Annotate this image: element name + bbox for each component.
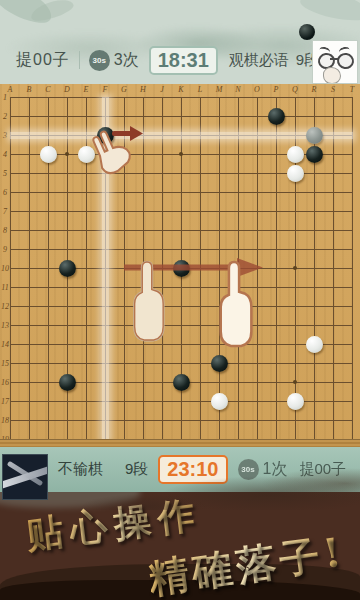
sword-icon — [2, 466, 48, 489]
black-stone[interactable] — [172, 373, 191, 392]
divider — [79, 51, 80, 69]
go-board[interactable]: ABCDEFGHJKLMNOPQRST 12345678910111213141… — [0, 84, 360, 447]
black-stone[interactable] — [267, 107, 286, 126]
ghost-stone-preview — [305, 126, 324, 145]
glasses-lens — [336, 52, 355, 70]
opponent-clock: 18:31 — [149, 46, 218, 75]
star-point — [58, 145, 77, 164]
star-point — [286, 259, 305, 278]
app-screen: 提00子 30s 3次 18:31 观棋必语 9段 ABCDEFGHJKLMNO… — [0, 0, 360, 600]
black-stone-decoration — [299, 24, 315, 40]
white-stone[interactable] — [286, 145, 305, 164]
pointing-hand-icon — [128, 258, 166, 344]
white-stone[interactable] — [286, 164, 305, 183]
player-rank: 9段 — [125, 460, 148, 479]
black-stone[interactable] — [58, 373, 77, 392]
opponent-info-bar: 提00子 30s 3次 18:31 观棋必语 9段 — [0, 40, 360, 80]
black-stone[interactable] — [305, 145, 324, 164]
star-point — [286, 373, 305, 392]
player-clock: 23:10 — [158, 455, 227, 484]
promo-banner: 贴心操作 精確落子! — [0, 492, 360, 600]
pointing-hand-icon — [208, 258, 260, 350]
player-byoyomi-periods: 1次 — [263, 459, 288, 480]
opponent-byoyomi-periods: 3次 — [114, 50, 139, 71]
star-point — [172, 145, 191, 164]
player-avatar[interactable] — [2, 454, 48, 500]
white-stone[interactable] — [305, 335, 324, 354]
meme-face-icon — [313, 41, 357, 83]
white-stone[interactable] — [286, 392, 305, 411]
opponent-captures: 提00子 — [16, 50, 70, 71]
player-info-bar: 不输棋 9段 23:10 30s 1次 提00子 — [0, 447, 360, 492]
glasses-bridge — [330, 58, 338, 60]
chin-hand — [323, 67, 341, 84]
byoyomi-badge-icon: 30s — [89, 50, 110, 71]
white-stone[interactable] — [210, 392, 229, 411]
black-stone[interactable] — [210, 354, 229, 373]
player-name: 不输棋 — [58, 460, 103, 479]
white-stone[interactable] — [39, 145, 58, 164]
byoyomi-badge-icon: 30s — [238, 459, 259, 480]
player-captures: 提00子 — [299, 460, 346, 479]
opponent-avatar[interactable] — [312, 40, 358, 84]
black-stone[interactable] — [58, 259, 77, 278]
opponent-name: 观棋必语 — [229, 51, 289, 70]
